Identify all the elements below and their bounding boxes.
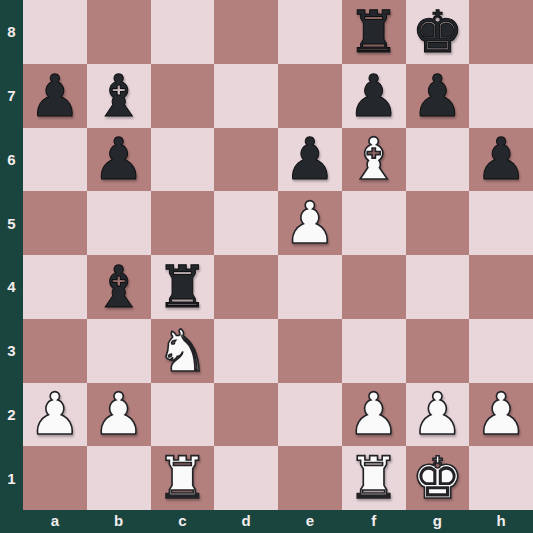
piece-white-pawn-b2[interactable]: ♟ bbox=[87, 383, 151, 447]
square-c4[interactable]: ♜ bbox=[151, 255, 215, 319]
frame-corner bbox=[0, 510, 23, 533]
piece-black-pawn-e6[interactable]: ♟ bbox=[278, 128, 342, 192]
square-c1[interactable]: ♜ bbox=[151, 446, 215, 510]
piece-black-pawn-h6[interactable]: ♟ bbox=[469, 128, 533, 192]
piece-black-bishop-b7[interactable]: ♝ bbox=[87, 64, 151, 128]
square-h7[interactable] bbox=[469, 64, 533, 128]
square-h8[interactable] bbox=[469, 0, 533, 64]
square-b2[interactable]: ♟ bbox=[87, 383, 151, 447]
square-e1[interactable] bbox=[278, 446, 342, 510]
square-a1[interactable] bbox=[23, 446, 87, 510]
square-b8[interactable] bbox=[87, 0, 151, 64]
piece-black-pawn-f7[interactable]: ♟ bbox=[342, 64, 406, 128]
square-d4[interactable] bbox=[214, 255, 278, 319]
square-d5[interactable] bbox=[214, 191, 278, 255]
piece-black-pawn-g7[interactable]: ♟ bbox=[406, 64, 470, 128]
square-e8[interactable] bbox=[278, 0, 342, 64]
square-e6[interactable]: ♟ bbox=[278, 128, 342, 192]
file-label-g: g bbox=[406, 510, 470, 533]
square-e4[interactable] bbox=[278, 255, 342, 319]
rank-label-8: 8 bbox=[0, 0, 23, 64]
square-e5[interactable]: ♟ bbox=[278, 191, 342, 255]
rank-labels: 87654321 bbox=[0, 0, 23, 510]
piece-black-rook-c4[interactable]: ♜ bbox=[151, 255, 215, 319]
square-d7[interactable] bbox=[214, 64, 278, 128]
square-a3[interactable] bbox=[23, 319, 87, 383]
rank-label-4: 4 bbox=[0, 255, 23, 319]
square-g1[interactable]: ♚ bbox=[406, 446, 470, 510]
square-h2[interactable]: ♟ bbox=[469, 383, 533, 447]
square-d8[interactable] bbox=[214, 0, 278, 64]
piece-white-rook-f1[interactable]: ♜ bbox=[342, 446, 406, 510]
square-f2[interactable]: ♟ bbox=[342, 383, 406, 447]
square-e3[interactable] bbox=[278, 319, 342, 383]
square-g8[interactable]: ♚ bbox=[406, 0, 470, 64]
square-f6[interactable]: ♝ bbox=[342, 128, 406, 192]
square-h1[interactable] bbox=[469, 446, 533, 510]
piece-black-pawn-a7[interactable]: ♟ bbox=[23, 64, 87, 128]
square-b1[interactable] bbox=[87, 446, 151, 510]
square-h3[interactable] bbox=[469, 319, 533, 383]
piece-black-rook-f8[interactable]: ♜ bbox=[342, 0, 406, 64]
piece-white-knight-c3[interactable]: ♞ bbox=[151, 319, 215, 383]
piece-white-king-g1[interactable]: ♚ bbox=[406, 446, 470, 510]
square-c8[interactable] bbox=[151, 0, 215, 64]
piece-white-pawn-h2[interactable]: ♟ bbox=[469, 383, 533, 447]
square-f5[interactable] bbox=[342, 191, 406, 255]
square-a7[interactable]: ♟ bbox=[23, 64, 87, 128]
square-f3[interactable] bbox=[342, 319, 406, 383]
square-a5[interactable] bbox=[23, 191, 87, 255]
piece-white-pawn-a2[interactable]: ♟ bbox=[23, 383, 87, 447]
square-d3[interactable] bbox=[214, 319, 278, 383]
piece-black-pawn-b6[interactable]: ♟ bbox=[87, 128, 151, 192]
square-a8[interactable] bbox=[23, 0, 87, 64]
square-g3[interactable] bbox=[406, 319, 470, 383]
square-a6[interactable] bbox=[23, 128, 87, 192]
piece-white-pawn-f2[interactable]: ♟ bbox=[342, 383, 406, 447]
file-label-a: a bbox=[23, 510, 87, 533]
chess-board-frame: 87654321 ♜♚♟♝♟♟♟♟♝♟♟♝♜♞♟♟♟♟♟♜♜♚ abcdefgh bbox=[0, 0, 533, 533]
rank-label-7: 7 bbox=[0, 64, 23, 128]
piece-white-rook-c1[interactable]: ♜ bbox=[151, 446, 215, 510]
square-a2[interactable]: ♟ bbox=[23, 383, 87, 447]
square-g7[interactable]: ♟ bbox=[406, 64, 470, 128]
square-c5[interactable] bbox=[151, 191, 215, 255]
square-h5[interactable] bbox=[469, 191, 533, 255]
square-c6[interactable] bbox=[151, 128, 215, 192]
rank-label-5: 5 bbox=[0, 191, 23, 255]
piece-white-bishop-f6[interactable]: ♝ bbox=[342, 128, 406, 192]
square-b6[interactable]: ♟ bbox=[87, 128, 151, 192]
file-label-b: b bbox=[87, 510, 151, 533]
file-label-h: h bbox=[469, 510, 533, 533]
rank-label-3: 3 bbox=[0, 319, 23, 383]
square-e7[interactable] bbox=[278, 64, 342, 128]
piece-white-pawn-g2[interactable]: ♟ bbox=[406, 383, 470, 447]
square-c7[interactable] bbox=[151, 64, 215, 128]
square-f7[interactable]: ♟ bbox=[342, 64, 406, 128]
square-d1[interactable] bbox=[214, 446, 278, 510]
piece-black-bishop-b4[interactable]: ♝ bbox=[87, 255, 151, 319]
square-f4[interactable] bbox=[342, 255, 406, 319]
square-g6[interactable] bbox=[406, 128, 470, 192]
square-g4[interactable] bbox=[406, 255, 470, 319]
file-labels: abcdefgh bbox=[23, 510, 533, 533]
rank-label-2: 2 bbox=[0, 383, 23, 447]
square-h6[interactable]: ♟ bbox=[469, 128, 533, 192]
square-b4[interactable]: ♝ bbox=[87, 255, 151, 319]
square-h4[interactable] bbox=[469, 255, 533, 319]
square-b7[interactable]: ♝ bbox=[87, 64, 151, 128]
square-f1[interactable]: ♜ bbox=[342, 446, 406, 510]
file-label-f: f bbox=[342, 510, 406, 533]
square-b3[interactable] bbox=[87, 319, 151, 383]
file-label-d: d bbox=[214, 510, 278, 533]
square-e2[interactable] bbox=[278, 383, 342, 447]
piece-white-pawn-e5[interactable]: ♟ bbox=[278, 191, 342, 255]
square-c3[interactable]: ♞ bbox=[151, 319, 215, 383]
rank-label-6: 6 bbox=[0, 128, 23, 192]
square-g2[interactable]: ♟ bbox=[406, 383, 470, 447]
piece-black-king-g8[interactable]: ♚ bbox=[406, 0, 470, 64]
chess-board: ♜♚♟♝♟♟♟♟♝♟♟♝♜♞♟♟♟♟♟♜♜♚ bbox=[23, 0, 533, 510]
rank-label-1: 1 bbox=[0, 446, 23, 510]
square-d6[interactable] bbox=[214, 128, 278, 192]
square-d2[interactable] bbox=[214, 383, 278, 447]
file-label-c: c bbox=[151, 510, 215, 533]
square-g5[interactable] bbox=[406, 191, 470, 255]
square-b5[interactable] bbox=[87, 191, 151, 255]
square-a4[interactable] bbox=[23, 255, 87, 319]
square-f8[interactable]: ♜ bbox=[342, 0, 406, 64]
square-c2[interactable] bbox=[151, 383, 215, 447]
file-label-e: e bbox=[278, 510, 342, 533]
